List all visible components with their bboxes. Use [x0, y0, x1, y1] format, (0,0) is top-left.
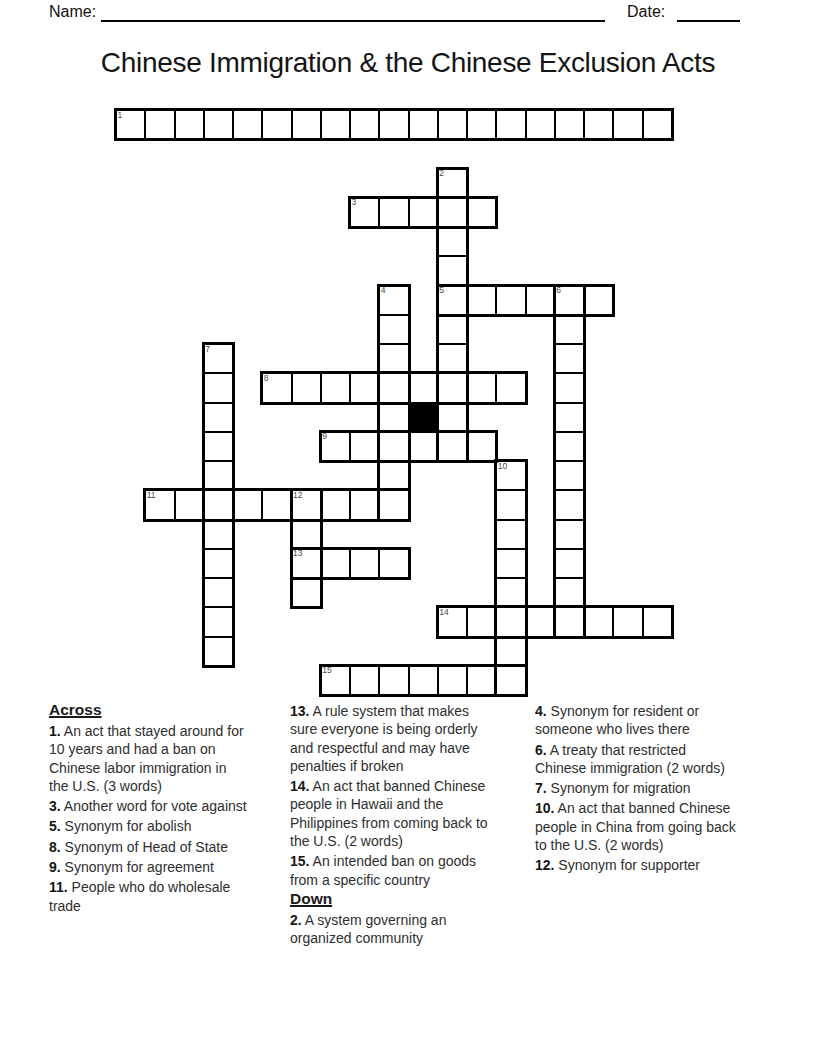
- grid-cell[interactable]: [437, 255, 468, 286]
- clues-column-left: Across1. An act that stayed around for 1…: [49, 702, 249, 917]
- grid-cell[interactable]: [174, 109, 205, 140]
- clue: 1. An act that stayed around for 10 year…: [49, 722, 249, 795]
- grid-cell[interactable]: [437, 109, 468, 140]
- clue: 15. An intended ban on goods from a spec…: [290, 852, 492, 889]
- grid-cell[interactable]: [437, 197, 468, 228]
- grid-cell[interactable]: [583, 285, 614, 316]
- clue-number-label: 14.: [290, 778, 309, 794]
- grid-cell[interactable]: [144, 109, 175, 140]
- grid-cell[interactable]: [583, 606, 614, 637]
- grid-cell[interactable]: [378, 372, 409, 403]
- grid-cell[interactable]: [378, 109, 409, 140]
- cell-clue-number: 14: [439, 608, 448, 617]
- clues-column-middle: 13. A rule system that makes sure everyo…: [290, 702, 492, 950]
- grid-cell[interactable]: [495, 489, 526, 520]
- cell-clue-number: 13: [293, 549, 302, 558]
- across-heading: Across: [49, 702, 249, 717]
- grid-cell[interactable]: [554, 519, 585, 550]
- clue: 8. Synonym of Head of State: [49, 838, 249, 856]
- grid-cell[interactable]: [349, 372, 380, 403]
- cell-clue-number: 15: [322, 666, 331, 675]
- grid-cell[interactable]: [203, 606, 234, 637]
- grid-cell[interactable]: [554, 431, 585, 462]
- grid-cell[interactable]: [203, 109, 234, 140]
- grid-cell[interactable]: [203, 489, 234, 520]
- grid-cell[interactable]: [437, 372, 468, 403]
- clue-number-label: 5.: [49, 818, 61, 834]
- grid-cell[interactable]: [525, 109, 556, 140]
- grid-cell[interactable]: [174, 489, 205, 520]
- clue-number-label: 6.: [535, 742, 547, 758]
- clue: 6. A treaty that restricted Chinese immi…: [535, 741, 737, 778]
- cell-clue-number: 4: [381, 286, 386, 295]
- grid-cell[interactable]: [232, 109, 263, 140]
- clue-number-label: 7.: [535, 780, 547, 796]
- grid-cell[interactable]: [349, 548, 380, 579]
- grid-cell[interactable]: [495, 548, 526, 579]
- grid-cell[interactable]: [349, 665, 380, 696]
- grid-cell[interactable]: [232, 489, 263, 520]
- grid-cell[interactable]: [203, 431, 234, 462]
- grid-cell[interactable]: [612, 606, 643, 637]
- grid-cell[interactable]: [203, 548, 234, 579]
- grid-cell[interactable]: [466, 431, 497, 462]
- grid-cell[interactable]: [378, 402, 409, 433]
- grid-cell[interactable]: [554, 548, 585, 579]
- grid-cell[interactable]: [437, 343, 468, 374]
- clue: 4. Synonym for resident or someone who l…: [535, 702, 737, 739]
- grid-cell[interactable]: [378, 431, 409, 462]
- grid-cell[interactable]: [437, 665, 468, 696]
- name-input-line[interactable]: [101, 2, 605, 22]
- clue: 10. An act that banned Chinese people in…: [535, 799, 737, 854]
- grid-cell[interactable]: [437, 431, 468, 462]
- grid-cell[interactable]: [291, 372, 322, 403]
- clue-number-label: 8.: [49, 839, 61, 855]
- cell-clue-number: 2: [439, 169, 444, 178]
- cell-clue-number: 9: [322, 432, 327, 441]
- grid-cell[interactable]: [320, 372, 351, 403]
- grid-cell[interactable]: [408, 665, 439, 696]
- grid-cell[interactable]: [408, 431, 439, 462]
- clue-number-label: 3.: [49, 798, 61, 814]
- clue: 9. Synonym for agreement: [49, 858, 249, 876]
- clue-number-label: 4.: [535, 703, 547, 719]
- black-cell: [408, 402, 439, 433]
- cell-clue-number: 12: [293, 491, 302, 500]
- grid-cell[interactable]: [203, 577, 234, 608]
- cell-clue-number: 7: [205, 345, 210, 354]
- grid-cell[interactable]: [320, 548, 351, 579]
- grid-cell[interactable]: [378, 460, 409, 491]
- cell-clue-number: 10: [498, 462, 507, 471]
- grid-cell[interactable]: [642, 606, 673, 637]
- grid-cell[interactable]: [261, 109, 292, 140]
- clue: 14. An act that banned Chinese people in…: [290, 777, 492, 850]
- grid-cell[interactable]: [378, 489, 409, 520]
- grid-cell[interactable]: [291, 109, 322, 140]
- grid-cell[interactable]: [437, 402, 468, 433]
- cell-clue-number: 8: [264, 374, 269, 383]
- grid-cell[interactable]: [525, 285, 556, 316]
- grid-cell[interactable]: [466, 285, 497, 316]
- grid-cell[interactable]: [495, 636, 526, 667]
- date-label: Date:: [627, 3, 665, 21]
- grid-cell[interactable]: [349, 431, 380, 462]
- grid-cell[interactable]: [495, 519, 526, 550]
- grid-cell[interactable]: [612, 109, 643, 140]
- grid-cell[interactable]: [203, 460, 234, 491]
- grid-cell[interactable]: [378, 314, 409, 345]
- grid-cell[interactable]: [525, 606, 556, 637]
- grid-cell[interactable]: [261, 489, 292, 520]
- clue: 11. People who do wholesale trade: [49, 878, 249, 915]
- clue-number-label: 2.: [290, 912, 302, 928]
- clue-number-label: 12.: [535, 857, 554, 873]
- grid-cell[interactable]: [291, 519, 322, 550]
- grid-cell[interactable]: [554, 109, 585, 140]
- grid-cell[interactable]: [642, 109, 673, 140]
- grid-cell[interactable]: [466, 197, 497, 228]
- grid-cell[interactable]: [437, 314, 468, 345]
- grid-cell[interactable]: [408, 197, 439, 228]
- cell-clue-number: 5: [439, 286, 444, 295]
- date-input-line[interactable]: [677, 2, 740, 22]
- clue: 2. A system governing an organized commu…: [290, 911, 492, 948]
- grid-cell[interactable]: [466, 372, 497, 403]
- grid-cell[interactable]: [203, 372, 234, 403]
- grid-cell[interactable]: [554, 314, 585, 345]
- clue: 5. Synonym for abolish: [49, 817, 249, 835]
- grid-cell[interactable]: [203, 402, 234, 433]
- grid-cell[interactable]: [495, 577, 526, 608]
- clue: 7. Synonym for migration: [535, 779, 737, 797]
- clue: 13. A rule system that makes sure everyo…: [290, 702, 492, 775]
- clue-number-label: 15.: [290, 853, 309, 869]
- grid-cell[interactable]: [408, 109, 439, 140]
- grid-cell[interactable]: [466, 109, 497, 140]
- grid-cell[interactable]: [495, 109, 526, 140]
- down-heading: Down: [290, 891, 492, 906]
- grid-cell[interactable]: [554, 402, 585, 433]
- clues-column-right: 4. Synonym for resident or someone who l…: [535, 702, 737, 877]
- grid-cell[interactable]: [554, 577, 585, 608]
- grid-cell[interactable]: [554, 489, 585, 520]
- grid-cell[interactable]: [495, 665, 526, 696]
- clue-number-label: 11.: [49, 879, 68, 895]
- grid-cell[interactable]: [349, 489, 380, 520]
- crossword-grid: 123456789101112131415: [115, 109, 673, 697]
- grid-cell[interactable]: [378, 665, 409, 696]
- page-title: Chinese Immigration & the Chinese Exclus…: [0, 47, 816, 79]
- grid-cell[interactable]: [554, 372, 585, 403]
- grid-cell[interactable]: [466, 606, 497, 637]
- grid-cell[interactable]: [437, 226, 468, 257]
- grid-cell[interactable]: [466, 665, 497, 696]
- name-label: Name:: [49, 3, 96, 21]
- grid-cell[interactable]: [408, 372, 439, 403]
- grid-cell[interactable]: [378, 548, 409, 579]
- grid-cell[interactable]: [349, 109, 380, 140]
- grid-cell[interactable]: [378, 197, 409, 228]
- cell-clue-number: 3: [352, 198, 357, 207]
- grid-cell[interactable]: [495, 606, 526, 637]
- grid-cell[interactable]: [495, 372, 526, 403]
- grid-cell[interactable]: [554, 606, 585, 637]
- grid-cell[interactable]: [378, 343, 409, 374]
- cell-clue-number: 11: [147, 491, 156, 500]
- grid-cell[interactable]: [203, 519, 234, 550]
- clue-number-label: 1.: [49, 723, 61, 739]
- grid-cell[interactable]: [554, 460, 585, 491]
- grid-cell[interactable]: [291, 577, 322, 608]
- grid-cell[interactable]: [495, 285, 526, 316]
- grid-cell[interactable]: [583, 109, 614, 140]
- grid-cell[interactable]: [203, 636, 234, 667]
- clue-number-label: 9.: [49, 859, 61, 875]
- clue: 12. Synonym for supporter: [535, 856, 737, 874]
- cell-clue-number: 6: [556, 286, 561, 295]
- grid-cell[interactable]: [320, 489, 351, 520]
- grid-cell[interactable]: [320, 109, 351, 140]
- clue: 3. Another word for vote against: [49, 797, 249, 815]
- grid-cell[interactable]: [554, 343, 585, 374]
- clue-number-label: 13.: [290, 703, 309, 719]
- cell-clue-number: 1: [118, 111, 123, 120]
- clue-number-label: 10.: [535, 800, 554, 816]
